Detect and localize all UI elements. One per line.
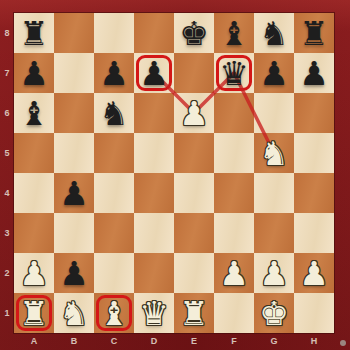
square-f1[interactable]	[214, 293, 254, 333]
piece-black-pawn-d7[interactable]: ♟	[134, 53, 174, 93]
rank-label-3: 3	[0, 213, 14, 253]
square-h3[interactable]	[294, 213, 334, 253]
square-b5[interactable]	[54, 133, 94, 173]
square-c3[interactable]	[94, 213, 134, 253]
rank-label-2: 2	[0, 253, 14, 293]
file-label-h: H	[294, 333, 334, 350]
piece-black-pawn-c7[interactable]: ♟	[94, 53, 134, 93]
piece-white-rook-a1[interactable]: ♜	[14, 293, 54, 333]
piece-black-pawn-b4[interactable]: ♟	[54, 173, 94, 213]
piece-black-queen-f7[interactable]: ♛	[214, 53, 254, 93]
piece-black-king-e8[interactable]: ♚	[174, 13, 214, 53]
file-label-c: C	[94, 333, 134, 350]
square-c8[interactable]	[94, 13, 134, 53]
piece-black-pawn-a7[interactable]: ♟	[14, 53, 54, 93]
corner-dot	[340, 340, 346, 346]
piece-white-pawn-e6[interactable]: ♟	[174, 93, 214, 133]
rank-label-8: 8	[0, 13, 14, 53]
square-e5[interactable]	[174, 133, 214, 173]
square-c5[interactable]	[94, 133, 134, 173]
file-label-d: D	[134, 333, 174, 350]
piece-black-bishop-a6[interactable]: ♝	[14, 93, 54, 133]
square-b8[interactable]	[54, 13, 94, 53]
rank-label-1: 1	[0, 293, 14, 333]
file-label-f: F	[214, 333, 254, 350]
square-a4[interactable]	[14, 173, 54, 213]
piece-black-knight-g8[interactable]: ♞	[254, 13, 294, 53]
square-b3[interactable]	[54, 213, 94, 253]
square-d4[interactable]	[134, 173, 174, 213]
piece-white-knight-b1[interactable]: ♞	[54, 293, 94, 333]
piece-white-pawn-a2[interactable]: ♟	[14, 253, 54, 293]
piece-white-pawn-h2[interactable]: ♟	[294, 253, 334, 293]
square-g6[interactable]	[254, 93, 294, 133]
piece-black-pawn-b2[interactable]: ♟	[54, 253, 94, 293]
piece-white-queen-d1[interactable]: ♛	[134, 293, 174, 333]
piece-black-bishop-f8[interactable]: ♝	[214, 13, 254, 53]
square-f5[interactable]	[214, 133, 254, 173]
square-f6[interactable]	[214, 93, 254, 133]
piece-white-knight-g5[interactable]: ♞	[254, 133, 294, 173]
file-label-g: G	[254, 333, 294, 350]
chess-app-frame: ♜♚♝♞♜♟♟♟♛♟♟♝♞♟♞♟♟♟♟♟♟♜♞♝♛♜♚ 87654321ABCD…	[0, 0, 350, 350]
rank-label-5: 5	[0, 133, 14, 173]
piece-black-rook-h8[interactable]: ♜	[294, 13, 334, 53]
square-h5[interactable]	[294, 133, 334, 173]
square-c4[interactable]	[94, 173, 134, 213]
square-d8[interactable]	[134, 13, 174, 53]
square-f4[interactable]	[214, 173, 254, 213]
chess-board: ♜♚♝♞♜♟♟♟♛♟♟♝♞♟♞♟♟♟♟♟♟♜♞♝♛♜♚	[14, 13, 334, 333]
piece-white-king-g1[interactable]: ♚	[254, 293, 294, 333]
piece-white-pawn-f2[interactable]: ♟	[214, 253, 254, 293]
file-label-b: B	[54, 333, 94, 350]
square-e3[interactable]	[174, 213, 214, 253]
square-a5[interactable]	[14, 133, 54, 173]
file-label-a: A	[14, 333, 54, 350]
file-label-e: E	[174, 333, 214, 350]
square-c2[interactable]	[94, 253, 134, 293]
square-a3[interactable]	[14, 213, 54, 253]
rank-label-6: 6	[0, 93, 14, 133]
piece-black-rook-a8[interactable]: ♜	[14, 13, 54, 53]
square-f3[interactable]	[214, 213, 254, 253]
square-d5[interactable]	[134, 133, 174, 173]
square-e2[interactable]	[174, 253, 214, 293]
piece-black-pawn-h7[interactable]: ♟	[294, 53, 334, 93]
square-e4[interactable]	[174, 173, 214, 213]
square-b6[interactable]	[54, 93, 94, 133]
piece-white-bishop-c1[interactable]: ♝	[94, 293, 134, 333]
square-d3[interactable]	[134, 213, 174, 253]
square-d2[interactable]	[134, 253, 174, 293]
rank-label-7: 7	[0, 53, 14, 93]
square-h4[interactable]	[294, 173, 334, 213]
piece-white-rook-e1[interactable]: ♜	[174, 293, 214, 333]
square-h1[interactable]	[294, 293, 334, 333]
square-g4[interactable]	[254, 173, 294, 213]
square-e7[interactable]	[174, 53, 214, 93]
square-d6[interactable]	[134, 93, 174, 133]
piece-black-pawn-g7[interactable]: ♟	[254, 53, 294, 93]
rank-label-4: 4	[0, 173, 14, 213]
piece-black-knight-c6[interactable]: ♞	[94, 93, 134, 133]
square-g3[interactable]	[254, 213, 294, 253]
piece-white-pawn-g2[interactable]: ♟	[254, 253, 294, 293]
square-h6[interactable]	[294, 93, 334, 133]
square-b7[interactable]	[54, 53, 94, 93]
